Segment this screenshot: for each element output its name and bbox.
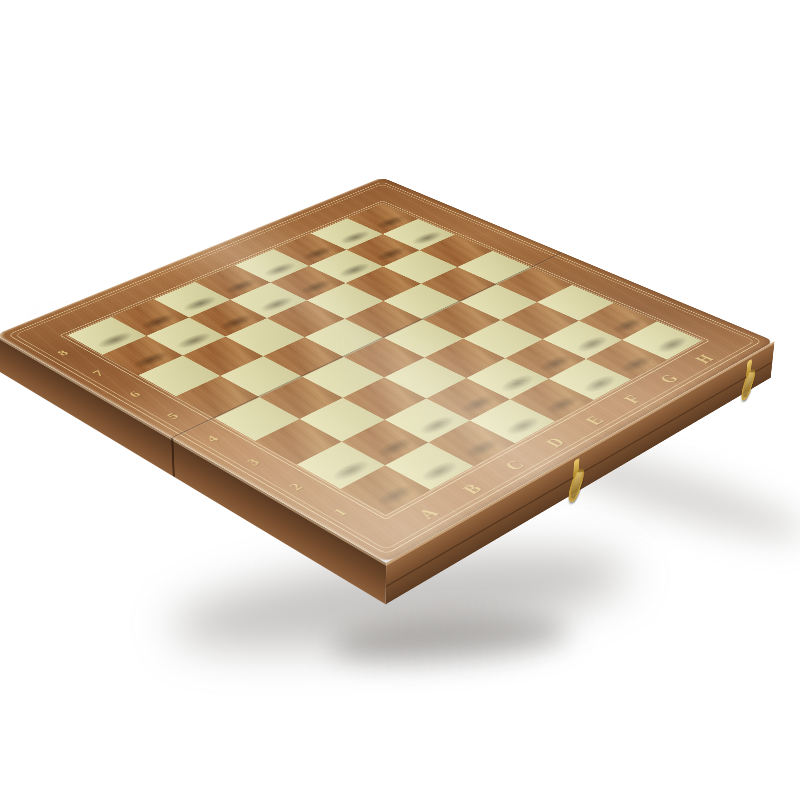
rank-label-4: 4 — [185, 425, 241, 453]
square-f2[interactable]: ♟ — [505, 339, 586, 379]
white-pawn-h2[interactable]: ♟ — [599, 314, 643, 324]
square-d3[interactable] — [384, 358, 466, 399]
chess-board: 8 7 6 5 4 3 2 1 A B C D E F G H ♜♞♝♛♚♝ — [0, 177, 775, 563]
fold-seam-side — [171, 437, 174, 477]
white-pawn-d2[interactable]: ♟ — [449, 391, 495, 402]
square-d2[interactable]: ♟ — [426, 378, 510, 420]
square-b4[interactable] — [259, 377, 342, 419]
square-e1[interactable]: ♚ — [510, 379, 594, 421]
black-knight-b8[interactable]: ♞ — [124, 307, 185, 321]
black-queen-d8[interactable]: ♛ — [201, 270, 272, 285]
white-knight-b1[interactable]: ♞ — [399, 452, 468, 470]
black-rook-a8[interactable]: ♜ — [85, 327, 138, 339]
black-bishop-c8[interactable]: ♝ — [164, 288, 229, 302]
file-label-a: A — [412, 505, 446, 524]
white-pawn-f2[interactable]: ♟ — [527, 352, 572, 362]
brass-latch-icon — [568, 457, 581, 504]
square-b3[interactable] — [300, 398, 385, 442]
black-pawn-f7[interactable]: ♟ — [330, 260, 370, 269]
square-a1[interactable]: ♜ — [340, 465, 430, 514]
black-rook-h8[interactable]: ♜ — [363, 212, 409, 222]
photo-scene: 8 7 6 5 4 3 2 1 A B C D E F G H ♜♞♝♛♚♝ — [18, 10, 778, 770]
file-label-d: D — [540, 434, 572, 451]
white-king-e1[interactable]: ♚ — [510, 382, 601, 403]
black-pawn-g7[interactable]: ♟ — [367, 244, 407, 252]
black-pawn-b7[interactable]: ♟ — [168, 329, 212, 339]
square-a3[interactable] — [255, 419, 342, 465]
black-king-e8[interactable]: ♚ — [237, 251, 315, 268]
black-pawn-a7[interactable]: ♟ — [124, 348, 169, 358]
white-pawn-b2[interactable]: ♟ — [366, 434, 413, 446]
square-a7[interactable]: ♟ — [102, 336, 182, 375]
black-pawn-d7[interactable]: ♟ — [252, 294, 294, 303]
square-g1[interactable]: ♞ — [586, 340, 667, 380]
black-pawn-c7[interactable]: ♟ — [210, 311, 253, 321]
white-queen-d1[interactable]: ♛ — [475, 405, 556, 425]
square-a5[interactable] — [176, 376, 259, 418]
file-label-e: E — [579, 413, 610, 429]
file-label-h: H — [690, 352, 720, 366]
rank-label-5: 5 — [146, 403, 201, 430]
white-bishop-c1[interactable]: ♝ — [439, 428, 513, 446]
square-a4[interactable] — [215, 397, 300, 441]
square-b5[interactable] — [220, 356, 302, 397]
square-c1[interactable]: ♝ — [428, 420, 515, 466]
square-c5[interactable] — [263, 337, 344, 376]
board-top-surface: 8 7 6 5 4 3 2 1 A B C D E F G H ♜♞♝♛♚♝ — [0, 177, 775, 563]
white-rook-a1[interactable]: ♜ — [361, 478, 420, 493]
square-d4[interactable] — [344, 338, 425, 377]
white-rook-h1[interactable]: ♜ — [638, 331, 693, 343]
file-label-f: F — [618, 392, 649, 407]
square-a6[interactable] — [138, 356, 220, 397]
square-d1[interactable]: ♛ — [470, 399, 555, 443]
rank-label-6: 6 — [108, 382, 163, 408]
white-pawn-c2[interactable]: ♟ — [408, 412, 455, 424]
square-c2[interactable]: ♟ — [385, 399, 470, 443]
photo-canvas: { "game": "chess", "set": { "type": "fol… — [0, 0, 800, 800]
white-pawn-a2[interactable]: ♟ — [322, 456, 370, 468]
file-label-g: G — [654, 372, 684, 387]
square-a2[interactable]: ♟ — [297, 442, 385, 489]
square-c3[interactable] — [343, 377, 427, 419]
white-knight-g1[interactable]: ♞ — [597, 348, 662, 363]
square-b1[interactable]: ♞ — [385, 442, 473, 489]
file-label-c: C — [499, 457, 531, 474]
black-pawn-h7[interactable]: ♟ — [403, 229, 442, 237]
square-c4[interactable] — [302, 357, 384, 398]
rank-label-7: 7 — [71, 361, 125, 386]
white-pawn-g2[interactable]: ♟ — [563, 333, 608, 343]
black-knight-g8[interactable]: ♞ — [323, 225, 378, 237]
square-b2[interactable]: ♟ — [342, 420, 429, 466]
square-b6[interactable] — [183, 337, 263, 376]
square-e3[interactable] — [424, 339, 505, 379]
rank-label-3: 3 — [225, 448, 281, 477]
brass-latch-icon — [741, 358, 754, 402]
rank-label-8: 8 — [36, 341, 89, 365]
black-pawn-e7[interactable]: ♟ — [291, 277, 332, 286]
file-label-b: B — [456, 480, 489, 498]
